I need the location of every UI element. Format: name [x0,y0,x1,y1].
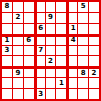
cell-r1c4-empty[interactable] [35,2,45,12]
cell-r5c3-empty[interactable] [24,46,34,56]
cell-r3c4-given: 6 [35,24,45,34]
cell-r5c5-empty[interactable] [46,46,56,56]
cell-r4c5-empty[interactable] [46,35,56,45]
cell-r7c6-empty[interactable] [56,67,66,77]
cell-r1c5-empty[interactable] [46,2,56,12]
cell-r2c6-empty[interactable] [56,13,66,23]
cell-r8c4-empty[interactable] [35,78,45,88]
sudoku-board: 85296116437298213 [0,0,101,101]
cell-r9c9-empty[interactable] [89,89,99,99]
cell-r7c5-empty[interactable] [46,67,56,77]
cell-r8c8-empty[interactable] [78,78,88,88]
cell-r8c5-empty[interactable] [46,78,56,88]
cell-r4c8-empty[interactable] [78,35,88,45]
cell-r9c8-empty[interactable] [78,89,88,99]
cell-r5c1-given: 3 [2,46,12,56]
cell-r9c1-empty[interactable] [2,89,12,99]
cell-r7c2-given: 9 [13,67,23,77]
cell-r3c7-given: 1 [67,24,77,34]
cell-r5c2-empty[interactable] [13,46,23,56]
cell-r4c6-empty[interactable] [56,35,66,45]
cell-r4c1-given: 1 [2,35,12,45]
cell-r8c6-given: 1 [56,78,66,88]
cell-r8c3-empty[interactable] [24,78,34,88]
cell-r3c2-empty[interactable] [13,24,23,34]
cell-r6c6-empty[interactable] [56,56,66,66]
cell-r2c1-empty[interactable] [2,13,12,23]
cell-r3c3-empty[interactable] [24,24,34,34]
cell-r9c3-empty[interactable] [24,89,34,99]
cell-r9c4-given: 3 [35,89,45,99]
cell-r4c3-given: 6 [24,35,34,45]
cell-r7c3-empty[interactable] [24,67,34,77]
cell-r7c9-given: 2 [89,67,99,77]
cell-r1c3-empty[interactable] [24,2,34,12]
cell-r6c3-empty[interactable] [24,56,34,66]
cell-r6c9-empty[interactable] [89,56,99,66]
cell-r6c2-empty[interactable] [13,56,23,66]
cell-r5c8-empty[interactable] [78,46,88,56]
cell-r8c9-empty[interactable] [89,78,99,88]
cell-r3c5-empty[interactable] [46,24,56,34]
cell-r6c7-empty[interactable] [67,56,77,66]
cell-r1c2-empty[interactable] [13,2,23,12]
cell-r3c8-empty[interactable] [78,24,88,34]
cell-r6c1-empty[interactable] [2,56,12,66]
cell-r3c9-empty[interactable] [89,24,99,34]
cell-r7c8-given: 8 [78,67,88,77]
cell-r1c1-given: 8 [2,2,12,12]
cell-r5c6-empty[interactable] [56,46,66,56]
cell-r3c6-empty[interactable] [56,24,66,34]
cell-r4c2-empty[interactable] [13,35,23,45]
cell-r6c8-empty[interactable] [78,56,88,66]
cell-r2c7-empty[interactable] [67,13,77,23]
cell-r2c8-empty[interactable] [78,13,88,23]
cell-r6c5-given: 2 [46,56,56,66]
cell-r8c2-empty[interactable] [13,78,23,88]
cell-r1c8-given: 5 [78,2,88,12]
cell-r7c7-empty[interactable] [67,67,77,77]
cell-r9c7-empty[interactable] [67,89,77,99]
cell-r8c1-empty[interactable] [2,78,12,88]
cell-r7c1-empty[interactable] [2,67,12,77]
cell-r4c4-empty[interactable] [35,35,45,45]
cell-r2c2-given: 2 [13,13,23,23]
cell-r4c7-given: 4 [67,35,77,45]
cell-r3c1-empty[interactable] [2,24,12,34]
cell-r5c4-given: 7 [35,46,45,56]
cell-r9c6-empty[interactable] [56,89,66,99]
cell-r6c4-empty[interactable] [35,56,45,66]
cell-r2c3-empty[interactable] [24,13,34,23]
cell-r1c7-empty[interactable] [67,2,77,12]
cell-r1c6-empty[interactable] [56,2,66,12]
cell-r9c2-empty[interactable] [13,89,23,99]
cell-r8c7-empty[interactable] [67,78,77,88]
cell-r5c9-empty[interactable] [89,46,99,56]
cell-r4c9-empty[interactable] [89,35,99,45]
cell-r2c5-given: 9 [46,13,56,23]
cell-r1c9-empty[interactable] [89,2,99,12]
cell-r5c7-empty[interactable] [67,46,77,56]
cell-r9c5-empty[interactable] [46,89,56,99]
cell-r7c4-empty[interactable] [35,67,45,77]
cell-r2c4-empty[interactable] [35,13,45,23]
cell-r2c9-empty[interactable] [89,13,99,23]
